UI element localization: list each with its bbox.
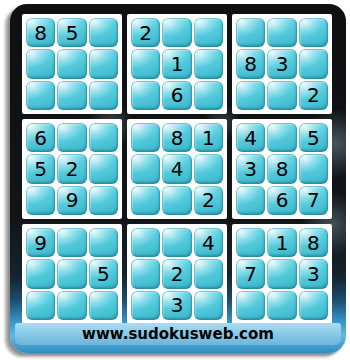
cell-r2c2[interactable] xyxy=(57,49,86,78)
cell-r2c3[interactable] xyxy=(89,49,118,78)
cell-r4c8[interactable] xyxy=(267,123,296,152)
box-1-3: 832 xyxy=(232,14,332,114)
cell-r8c8[interactable] xyxy=(267,259,296,288)
box-2-1: 6529 xyxy=(22,119,122,219)
cell-r8c3[interactable]: 5 xyxy=(89,259,118,288)
cell-r1c4[interactable]: 2 xyxy=(131,18,160,47)
cell-r9c5[interactable]: 3 xyxy=(162,291,191,320)
cell-r8c1[interactable] xyxy=(26,259,55,288)
cell-r1c6[interactable] xyxy=(194,18,223,47)
cell-r2c6[interactable] xyxy=(194,49,223,78)
cell-r1c7[interactable] xyxy=(236,18,265,47)
cell-r5c1[interactable]: 5 xyxy=(26,154,55,183)
box-3-2: 423 xyxy=(127,224,227,324)
cell-r1c8[interactable] xyxy=(267,18,296,47)
cell-r3c1[interactable] xyxy=(26,81,55,110)
cell-r6c9[interactable]: 7 xyxy=(299,186,328,215)
cell-r8c5[interactable]: 2 xyxy=(162,259,191,288)
cell-r7c8[interactable]: 1 xyxy=(267,228,296,257)
cell-r4c2[interactable] xyxy=(57,123,86,152)
cell-r4c6[interactable]: 1 xyxy=(194,123,223,152)
cell-r1c3[interactable] xyxy=(89,18,118,47)
cell-r3c6[interactable] xyxy=(194,81,223,110)
cell-r3c3[interactable] xyxy=(89,81,118,110)
box-1-1: 85 xyxy=(22,14,122,114)
cell-r4c3[interactable] xyxy=(89,123,118,152)
cell-r1c2[interactable]: 5 xyxy=(57,18,86,47)
cell-r6c2[interactable]: 9 xyxy=(57,186,86,215)
cell-r5c7[interactable]: 3 xyxy=(236,154,265,183)
cell-r2c8[interactable]: 3 xyxy=(267,49,296,78)
cell-r5c9[interactable] xyxy=(299,154,328,183)
cell-r8c4[interactable] xyxy=(131,259,160,288)
cell-r4c7[interactable]: 4 xyxy=(236,123,265,152)
box-3-3: 1873 xyxy=(232,224,332,324)
cell-r5c5[interactable]: 4 xyxy=(162,154,191,183)
cell-r3c8[interactable] xyxy=(267,81,296,110)
cell-r9c7[interactable] xyxy=(236,291,265,320)
cell-r9c9[interactable] xyxy=(299,291,328,320)
cell-r5c4[interactable] xyxy=(131,154,160,183)
cell-r9c8[interactable] xyxy=(267,291,296,320)
cell-r7c5[interactable] xyxy=(162,228,191,257)
cell-r6c8[interactable]: 6 xyxy=(267,186,296,215)
cell-r5c3[interactable] xyxy=(89,154,118,183)
cell-r3c5[interactable]: 6 xyxy=(162,81,191,110)
sudoku-grid: 8521683265298142453867954231873 xyxy=(22,14,332,324)
cell-r2c4[interactable] xyxy=(131,49,160,78)
box-3-1: 95 xyxy=(22,224,122,324)
cell-r2c7[interactable]: 8 xyxy=(236,49,265,78)
cell-r7c2[interactable] xyxy=(57,228,86,257)
cell-r8c7[interactable]: 7 xyxy=(236,259,265,288)
cell-r9c4[interactable] xyxy=(131,291,160,320)
cell-r5c2[interactable]: 2 xyxy=(57,154,86,183)
cell-r2c1[interactable] xyxy=(26,49,55,78)
cell-r7c1[interactable]: 9 xyxy=(26,228,55,257)
cell-r9c6[interactable] xyxy=(194,291,223,320)
cell-r3c7[interactable] xyxy=(236,81,265,110)
cell-r1c1[interactable]: 8 xyxy=(26,18,55,47)
box-2-3: 453867 xyxy=(232,119,332,219)
cell-r6c5[interactable] xyxy=(162,186,191,215)
cell-r7c7[interactable] xyxy=(236,228,265,257)
cell-r4c4[interactable] xyxy=(131,123,160,152)
box-1-2: 216 xyxy=(127,14,227,114)
box-2-2: 8142 xyxy=(127,119,227,219)
cell-r8c9[interactable]: 3 xyxy=(299,259,328,288)
site-link[interactable]: www.sudokusweb.com xyxy=(82,325,274,343)
cell-r8c2[interactable] xyxy=(57,259,86,288)
cell-r2c9[interactable] xyxy=(299,49,328,78)
cell-r4c5[interactable]: 8 xyxy=(162,123,191,152)
cell-r4c1[interactable]: 6 xyxy=(26,123,55,152)
cell-r6c7[interactable] xyxy=(236,186,265,215)
cell-r9c3[interactable] xyxy=(89,291,118,320)
cell-r7c9[interactable]: 8 xyxy=(299,228,328,257)
cell-r3c4[interactable] xyxy=(131,81,160,110)
cell-r8c6[interactable] xyxy=(194,259,223,288)
cell-r6c6[interactable]: 2 xyxy=(194,186,223,215)
cell-r1c5[interactable] xyxy=(162,18,191,47)
cell-r9c1[interactable] xyxy=(26,291,55,320)
sudoku-board: 8521683265298142453867954231873 www.sudo… xyxy=(10,4,346,353)
cell-r5c6[interactable] xyxy=(194,154,223,183)
cell-r7c6[interactable]: 4 xyxy=(194,228,223,257)
cell-r9c2[interactable] xyxy=(57,291,86,320)
cell-r2c5[interactable]: 1 xyxy=(162,49,191,78)
footer-band: www.sudokusweb.com xyxy=(15,323,341,345)
cell-r1c9[interactable] xyxy=(299,18,328,47)
cell-r5c8[interactable]: 8 xyxy=(267,154,296,183)
cell-r4c9[interactable]: 5 xyxy=(299,123,328,152)
cell-r6c1[interactable] xyxy=(26,186,55,215)
cell-r7c4[interactable] xyxy=(131,228,160,257)
cell-r3c9[interactable]: 2 xyxy=(299,81,328,110)
cell-r6c3[interactable] xyxy=(89,186,118,215)
cell-r3c2[interactable] xyxy=(57,81,86,110)
cell-r6c4[interactable] xyxy=(131,186,160,215)
cell-r7c3[interactable] xyxy=(89,228,118,257)
